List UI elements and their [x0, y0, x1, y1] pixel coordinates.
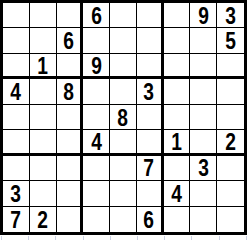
cell-digit: 6	[91, 3, 102, 28]
cell-r6c9[interactable]: 2	[217, 130, 244, 155]
cell-r7c8[interactable]: 3	[190, 156, 217, 181]
cell-r7c2[interactable]	[30, 156, 57, 181]
cell-r9c8[interactable]	[190, 207, 217, 232]
cell-r4c4[interactable]	[83, 79, 110, 104]
cell-r5c3[interactable]	[57, 105, 84, 130]
cell-r1c5[interactable]	[110, 3, 137, 28]
cell-r9c2[interactable]: 2	[30, 207, 57, 232]
cell-r1c7[interactable]	[164, 3, 191, 28]
cell-r7c5[interactable]	[110, 156, 137, 181]
cell-r2c5[interactable]	[110, 28, 137, 53]
cell-r7c3[interactable]	[57, 156, 84, 181]
cell-r4c2[interactable]	[30, 79, 57, 104]
cell-r3c7[interactable]	[164, 54, 191, 79]
cell-digit: 3	[11, 181, 22, 206]
cell-r8c5[interactable]	[110, 181, 137, 206]
cell-r6c2[interactable]	[30, 130, 57, 155]
cell-digit: 3	[225, 3, 236, 28]
cell-r3c1[interactable]	[3, 54, 30, 79]
cell-r2c3[interactable]: 6	[57, 28, 84, 53]
cell-r9c9[interactable]	[217, 207, 244, 232]
cell-r5c5[interactable]: 8	[110, 105, 137, 130]
cell-r8c4[interactable]	[83, 181, 110, 206]
cell-r6c5[interactable]	[110, 130, 137, 155]
cell-r3c3[interactable]	[57, 54, 84, 79]
cell-r1c9[interactable]: 3	[217, 3, 244, 28]
cell-r8c8[interactable]	[190, 181, 217, 206]
cell-r1c1[interactable]	[3, 3, 30, 28]
cell-r6c1[interactable]	[3, 130, 30, 155]
cell-r2c7[interactable]	[164, 28, 191, 53]
cell-digit: 6	[143, 207, 154, 232]
cell-r6c3[interactable]	[57, 130, 84, 155]
cell-digit: 3	[143, 79, 154, 104]
cell-digit: 9	[198, 3, 209, 28]
cell-digit: 8	[118, 105, 129, 130]
cell-r4c6[interactable]: 3	[137, 79, 164, 104]
cell-r1c2[interactable]	[30, 3, 57, 28]
cell-digit: 7	[143, 156, 154, 181]
sudoku-page: 693651948384127334726	[0, 0, 247, 240]
cell-digit: 4	[91, 130, 102, 154]
cell-r8c7[interactable]: 4	[164, 181, 191, 206]
sudoku-board: 693651948384127334726	[0, 0, 247, 235]
cell-r2c1[interactable]	[3, 28, 30, 53]
cell-r3c6[interactable]	[137, 54, 164, 79]
cell-r4c7[interactable]	[164, 79, 191, 104]
cell-digit: 7	[11, 207, 22, 232]
cell-r7c4[interactable]	[83, 156, 110, 181]
cell-r7c6[interactable]: 7	[137, 156, 164, 181]
cell-digit: 6	[63, 28, 74, 53]
cell-r5c6[interactable]	[137, 105, 164, 130]
cell-r4c5[interactable]	[110, 79, 137, 104]
cell-r8c6[interactable]	[137, 181, 164, 206]
cell-digit: 8	[63, 79, 74, 104]
cell-r2c8[interactable]	[190, 28, 217, 53]
cell-r1c3[interactable]	[57, 3, 84, 28]
cell-r8c3[interactable]	[57, 181, 84, 206]
cell-r9c5[interactable]	[110, 207, 137, 232]
cell-r7c1[interactable]	[3, 156, 30, 181]
cell-r5c1[interactable]	[3, 105, 30, 130]
cell-r3c4[interactable]: 9	[83, 54, 110, 79]
cell-digit: 2	[225, 130, 236, 154]
cell-r5c8[interactable]	[190, 105, 217, 130]
cell-r7c9[interactable]	[217, 156, 244, 181]
cell-r9c1[interactable]: 7	[3, 207, 30, 232]
bottom-tick-marks	[1, 236, 247, 240]
cell-r2c4[interactable]	[83, 28, 110, 53]
cell-r6c7[interactable]: 1	[164, 130, 191, 155]
cell-r4c1[interactable]: 4	[3, 79, 30, 104]
cell-r8c2[interactable]	[30, 181, 57, 206]
cell-r2c6[interactable]	[137, 28, 164, 53]
cell-r6c8[interactable]	[190, 130, 217, 155]
cell-r8c1[interactable]: 3	[3, 181, 30, 206]
cell-r5c9[interactable]	[217, 105, 244, 130]
cell-digit: 1	[171, 130, 182, 154]
cell-r5c7[interactable]	[164, 105, 191, 130]
cell-r3c5[interactable]	[110, 54, 137, 79]
cell-r2c9[interactable]: 5	[217, 28, 244, 53]
cell-r4c3[interactable]: 8	[57, 79, 84, 104]
cell-r2c2[interactable]	[30, 28, 57, 53]
cell-digit: 4	[11, 79, 22, 104]
cell-r4c8[interactable]	[190, 79, 217, 104]
cell-r3c8[interactable]	[190, 54, 217, 79]
cell-r6c4[interactable]: 4	[83, 130, 110, 155]
cell-digit: 9	[91, 54, 102, 78]
cell-r9c4[interactable]	[83, 207, 110, 232]
cell-r5c2[interactable]	[30, 105, 57, 130]
cell-r1c4[interactable]: 6	[83, 3, 110, 28]
cell-r4c9[interactable]	[217, 79, 244, 104]
cell-r5c4[interactable]	[83, 105, 110, 130]
cell-r9c7[interactable]	[164, 207, 191, 232]
cell-digit: 4	[171, 181, 182, 206]
cell-digit: 2	[37, 207, 48, 232]
cell-r3c2[interactable]: 1	[30, 54, 57, 79]
cell-r1c6[interactable]	[137, 3, 164, 28]
cell-r8c9[interactable]	[217, 181, 244, 206]
cell-digit: 1	[37, 54, 48, 78]
cell-r7c7[interactable]	[164, 156, 191, 181]
cell-digit: 3	[198, 156, 209, 181]
cell-r9c6[interactable]: 6	[137, 207, 164, 232]
cell-r3c9[interactable]	[217, 54, 244, 79]
cell-r6c6[interactable]	[137, 130, 164, 155]
cell-digit: 5	[225, 28, 236, 53]
cell-r9c3[interactable]	[57, 207, 84, 232]
cell-r1c8[interactable]: 9	[190, 3, 217, 28]
